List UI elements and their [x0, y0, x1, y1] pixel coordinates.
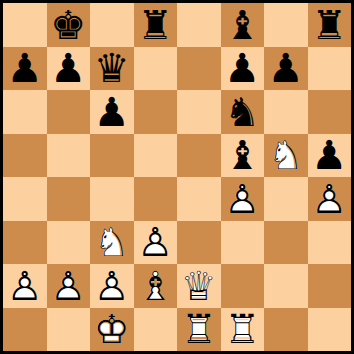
piece-glyph-fill: ♛ — [90, 47, 134, 91]
piece-glyph-outline: ♔ — [90, 308, 134, 352]
square-f6[interactable]: ♞ — [221, 90, 265, 134]
piece-glyph-fill: ♝ — [221, 134, 265, 178]
square-b6[interactable] — [47, 90, 91, 134]
piece-glyph-outline: ♘ — [90, 221, 134, 265]
square-f2[interactable] — [221, 264, 265, 308]
square-h4[interactable]: ♟♙ — [308, 177, 352, 221]
piece-black-rook-icon[interactable]: ♜ — [308, 3, 352, 47]
square-d6[interactable] — [134, 90, 178, 134]
piece-white-pawn-icon[interactable]: ♟♙ — [134, 221, 178, 265]
square-b2[interactable]: ♟♙ — [47, 264, 91, 308]
piece-black-pawn-icon[interactable]: ♟ — [47, 47, 91, 91]
square-b7[interactable]: ♟ — [47, 47, 91, 91]
piece-glyph-fill: ♞ — [221, 90, 265, 134]
square-a3[interactable] — [3, 221, 47, 265]
square-d7[interactable] — [134, 47, 178, 91]
piece-black-king-icon[interactable]: ♚ — [47, 3, 91, 47]
piece-white-knight-icon[interactable]: ♞♘ — [264, 134, 308, 178]
square-h2[interactable] — [308, 264, 352, 308]
square-d2[interactable]: ♝♗ — [134, 264, 178, 308]
piece-black-bishop-icon[interactable]: ♝ — [221, 3, 265, 47]
square-d8[interactable]: ♜ — [134, 3, 178, 47]
piece-glyph-fill: ♟ — [3, 47, 47, 91]
piece-glyph-outline: ♗ — [134, 264, 178, 308]
piece-glyph-fill: ♝ — [221, 3, 265, 47]
square-c6[interactable]: ♟ — [90, 90, 134, 134]
piece-glyph-outline: ♘ — [264, 134, 308, 178]
piece-white-pawn-icon[interactable]: ♟♙ — [221, 177, 265, 221]
square-f3[interactable] — [221, 221, 265, 265]
piece-white-pawn-icon[interactable]: ♟♙ — [308, 177, 352, 221]
square-e3[interactable] — [177, 221, 221, 265]
piece-white-queen-icon[interactable]: ♛♕ — [177, 264, 221, 308]
piece-glyph-outline: ♙ — [47, 264, 91, 308]
piece-glyph-outline: ♙ — [90, 264, 134, 308]
square-d1[interactable] — [134, 308, 178, 352]
square-e1[interactable]: ♜♖ — [177, 308, 221, 352]
square-g6[interactable] — [264, 90, 308, 134]
piece-glyph-fill: ♚ — [47, 3, 91, 47]
square-e8[interactable] — [177, 3, 221, 47]
chess-board: ♚♜♝♜♟♟♛♟♟♟♞♝♞♘♟♟♙♟♙♞♘♟♙♟♙♟♙♟♙♝♗♛♕♚♔♜♖♜♖ — [3, 3, 351, 351]
piece-white-pawn-icon[interactable]: ♟♙ — [90, 264, 134, 308]
piece-glyph-outline: ♙ — [221, 177, 265, 221]
square-a5[interactable] — [3, 134, 47, 178]
piece-glyph-outline: ♖ — [221, 308, 265, 352]
square-g7[interactable]: ♟ — [264, 47, 308, 91]
square-b5[interactable] — [47, 134, 91, 178]
square-c3[interactable]: ♞♘ — [90, 221, 134, 265]
square-h6[interactable] — [308, 90, 352, 134]
piece-glyph-fill: ♟ — [221, 47, 265, 91]
square-a6[interactable] — [3, 90, 47, 134]
square-g2[interactable] — [264, 264, 308, 308]
square-c5[interactable] — [90, 134, 134, 178]
square-b3[interactable] — [47, 221, 91, 265]
piece-white-pawn-icon[interactable]: ♟♙ — [47, 264, 91, 308]
piece-black-knight-icon[interactable]: ♞ — [221, 90, 265, 134]
piece-glyph-outline: ♙ — [134, 221, 178, 265]
square-b8[interactable]: ♚ — [47, 3, 91, 47]
piece-black-queen-icon[interactable]: ♛ — [90, 47, 134, 91]
square-h7[interactable] — [308, 47, 352, 91]
square-f4[interactable]: ♟♙ — [221, 177, 265, 221]
piece-white-rook-icon[interactable]: ♜♖ — [221, 308, 265, 352]
square-d4[interactable] — [134, 177, 178, 221]
square-f7[interactable]: ♟ — [221, 47, 265, 91]
piece-glyph-fill: ♜ — [134, 3, 178, 47]
piece-glyph-outline: ♕ — [177, 264, 221, 308]
piece-glyph-fill: ♟ — [308, 134, 352, 178]
piece-glyph-fill: ♜ — [308, 3, 352, 47]
square-f5[interactable]: ♝ — [221, 134, 265, 178]
square-e2[interactable]: ♛♕ — [177, 264, 221, 308]
square-c4[interactable] — [90, 177, 134, 221]
piece-black-rook-icon[interactable]: ♜ — [134, 3, 178, 47]
square-f1[interactable]: ♜♖ — [221, 308, 265, 352]
square-g8[interactable] — [264, 3, 308, 47]
piece-white-king-icon[interactable]: ♚♔ — [90, 308, 134, 352]
square-a2[interactable]: ♟♙ — [3, 264, 47, 308]
piece-glyph-fill: ♟ — [264, 47, 308, 91]
square-g1[interactable] — [264, 308, 308, 352]
square-e5[interactable] — [177, 134, 221, 178]
square-h5[interactable]: ♟ — [308, 134, 352, 178]
piece-glyph-outline: ♖ — [177, 308, 221, 352]
square-c2[interactable]: ♟♙ — [90, 264, 134, 308]
piece-black-pawn-icon[interactable]: ♟ — [308, 134, 352, 178]
piece-black-bishop-icon[interactable]: ♝ — [221, 134, 265, 178]
square-g5[interactable]: ♞♘ — [264, 134, 308, 178]
piece-white-knight-icon[interactable]: ♞♘ — [90, 221, 134, 265]
square-f8[interactable]: ♝ — [221, 3, 265, 47]
piece-black-pawn-icon[interactable]: ♟ — [221, 47, 265, 91]
chess-board-frame: ♚♜♝♜♟♟♛♟♟♟♞♝♞♘♟♟♙♟♙♞♘♟♙♟♙♟♙♟♙♝♗♛♕♚♔♜♖♜♖ — [0, 0, 354, 354]
piece-black-pawn-icon[interactable]: ♟ — [264, 47, 308, 91]
square-b1[interactable] — [47, 308, 91, 352]
square-b4[interactable] — [47, 177, 91, 221]
piece-glyph-fill: ♟ — [47, 47, 91, 91]
square-c8[interactable] — [90, 3, 134, 47]
square-d5[interactable] — [134, 134, 178, 178]
square-e4[interactable] — [177, 177, 221, 221]
square-d3[interactable]: ♟♙ — [134, 221, 178, 265]
piece-black-pawn-icon[interactable]: ♟ — [90, 90, 134, 134]
square-e6[interactable] — [177, 90, 221, 134]
square-c1[interactable]: ♚♔ — [90, 308, 134, 352]
square-h1[interactable] — [308, 308, 352, 352]
square-c7[interactable]: ♛ — [90, 47, 134, 91]
square-a7[interactable]: ♟ — [3, 47, 47, 91]
piece-glyph-outline: ♙ — [3, 264, 47, 308]
square-g4[interactable] — [264, 177, 308, 221]
piece-white-pawn-icon[interactable]: ♟♙ — [3, 264, 47, 308]
square-h8[interactable]: ♜ — [308, 3, 352, 47]
square-e7[interactable] — [177, 47, 221, 91]
square-a8[interactable] — [3, 3, 47, 47]
piece-glyph-fill: ♟ — [90, 90, 134, 134]
square-h3[interactable] — [308, 221, 352, 265]
piece-glyph-outline: ♙ — [308, 177, 352, 221]
square-a4[interactable] — [3, 177, 47, 221]
piece-white-rook-icon[interactable]: ♜♖ — [177, 308, 221, 352]
piece-black-pawn-icon[interactable]: ♟ — [3, 47, 47, 91]
square-g3[interactable] — [264, 221, 308, 265]
square-a1[interactable] — [3, 308, 47, 352]
piece-white-bishop-icon[interactable]: ♝♗ — [134, 264, 178, 308]
